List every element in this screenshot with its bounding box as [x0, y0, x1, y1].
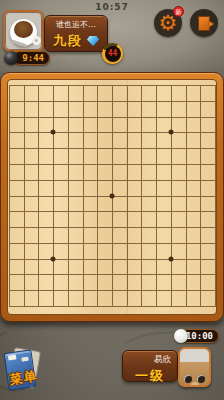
board-wood	[7, 79, 217, 315]
vip-gem-icon	[87, 36, 99, 46]
pet-eye-icon	[184, 375, 192, 383]
coffee-icon	[14, 21, 33, 38]
settings-button[interactable]: ⚙ 新	[154, 9, 182, 37]
black-stone-icon	[4, 51, 18, 65]
pet-snout-icon	[191, 382, 199, 387]
board-grid[interactable]	[9, 85, 216, 307]
menu-button[interactable]: 菜单	[5, 347, 42, 394]
game-screen: 10:57 谁也追不… 九段 9:44 44 ⚙ 新 10:00 易欣	[0, 0, 224, 400]
white-player-avatar[interactable]	[178, 347, 211, 387]
pet-eye-icon	[197, 375, 205, 383]
move-countdown-value: 44	[105, 46, 121, 62]
exit-room-button[interactable]	[190, 9, 218, 37]
board-frame	[0, 72, 224, 322]
black-player-plate: 谁也追不… 九段	[44, 15, 108, 52]
white-player-name: 易欣	[123, 354, 177, 366]
move-countdown-ring: 44	[102, 43, 123, 64]
white-player-rank: 一级	[123, 367, 177, 385]
black-player-avatar[interactable]	[3, 10, 44, 52]
cup-handle-icon	[32, 36, 41, 45]
black-player-name: 谁也追不…	[45, 19, 107, 30]
black-player-timer: 9:44	[13, 51, 50, 65]
exit-door-icon	[198, 16, 210, 31]
black-player-rank: 九段	[53, 32, 83, 50]
new-badge: 新	[173, 6, 184, 17]
white-player-plate: 易欣 一级	[122, 350, 178, 382]
white-stone-icon	[174, 329, 188, 343]
